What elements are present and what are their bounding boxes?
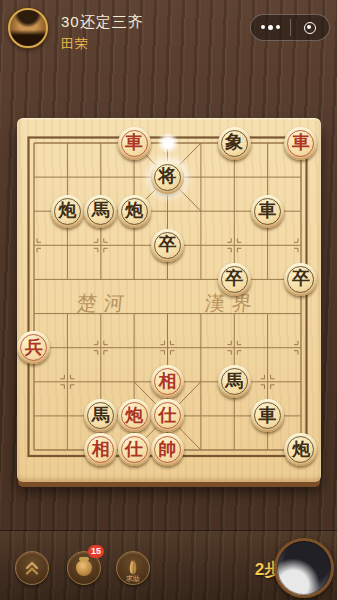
help-label: 求助: [117, 574, 149, 584]
black-soldier-piece[interactable]: 卒: [284, 263, 317, 296]
red-cannon-piece[interactable]: 炮: [118, 399, 151, 432]
black-general-piece[interactable]: 将: [151, 161, 184, 194]
more-menu-button[interactable]: [251, 15, 290, 40]
expand-button[interactable]: [15, 551, 49, 585]
black-horse-piece[interactable]: 馬: [218, 365, 251, 398]
red-soldier-piece[interactable]: 兵: [17, 331, 50, 364]
piece-layer: 車車象将炮馬炮車卒卒卒兵相馬馬炮仕車相仕帥炮: [17, 126, 317, 467]
black-soldier-piece[interactable]: 卒: [151, 229, 184, 262]
black-horse-piece[interactable]: 馬: [84, 195, 117, 228]
piece-character: 車: [125, 133, 143, 151]
red-advisor-piece[interactable]: 仕: [151, 399, 184, 432]
black-cannon-piece[interactable]: 炮: [284, 433, 317, 466]
hint-bag-button[interactable]: 15: [67, 551, 101, 585]
piece-character: 卒: [225, 269, 243, 287]
piece-character: 象: [225, 133, 243, 151]
red-advisor-piece[interactable]: 仕: [118, 433, 151, 466]
piece-character: 仕: [158, 406, 176, 424]
black-elephant-piece[interactable]: 象: [218, 127, 251, 160]
piece-character: 炮: [292, 440, 310, 458]
level-title: 30还定三齐: [61, 13, 144, 32]
piece-character: 馬: [92, 406, 110, 424]
piece-character: 炮: [125, 406, 143, 424]
red-elephant-piece[interactable]: 相: [84, 433, 117, 466]
red-elephant-piece[interactable]: 相: [151, 365, 184, 398]
black-cannon-piece[interactable]: 炮: [51, 195, 84, 228]
wechat-capsule: [250, 14, 330, 41]
red-chariot-piece[interactable]: 車: [284, 127, 317, 160]
black-cannon-piece[interactable]: 炮: [118, 195, 151, 228]
black-chariot-piece[interactable]: 車: [251, 195, 284, 228]
red-general-piece[interactable]: 帥: [151, 433, 184, 466]
help-button[interactable]: 求助: [116, 551, 150, 585]
player-avatar[interactable]: [8, 8, 48, 48]
player-name: 田荣: [61, 35, 89, 53]
piece-character: 将: [158, 167, 176, 185]
piece-character: 馬: [225, 372, 243, 390]
black-chariot-piece[interactable]: 車: [251, 399, 284, 432]
piece-character: 兵: [25, 338, 43, 356]
piece-character: 炮: [125, 201, 143, 219]
black-soldier-piece[interactable]: 卒: [218, 263, 251, 296]
piece-character: 炮: [58, 201, 76, 219]
piece-character: 車: [292, 133, 310, 151]
piece-character: 相: [158, 372, 176, 390]
bag-count-badge: 15: [88, 545, 104, 558]
xiangqi-board[interactable]: 楚河 漢界 車車象将炮馬炮車卒卒卒兵相馬馬炮仕車相仕帥炮: [17, 118, 321, 482]
target-circle-icon: [304, 22, 316, 34]
piece-character: 車: [259, 201, 277, 219]
money-bag-icon: [76, 560, 92, 576]
piece-character: 帥: [158, 440, 176, 458]
opponent-avatar[interactable]: [274, 538, 334, 598]
piece-character: 仕: [125, 440, 143, 458]
app-screen: 30还定三齐 田荣 楚河 漢界 車車象将炮馬炮車卒卒卒兵相馬馬炮仕車相仕帥炮 1…: [0, 0, 337, 600]
red-chariot-piece[interactable]: 車: [118, 127, 151, 160]
piece-character: 相: [92, 440, 110, 458]
piece-character: 車: [259, 406, 277, 424]
piece-character: 馬: [92, 201, 110, 219]
ellipsis-icon: [261, 25, 280, 30]
piece-character: 卒: [292, 269, 310, 287]
black-horse-piece[interactable]: 馬: [84, 399, 117, 432]
chevron-up-icon: [21, 557, 43, 579]
piece-character: 卒: [158, 235, 176, 253]
exit-button[interactable]: [291, 15, 330, 40]
